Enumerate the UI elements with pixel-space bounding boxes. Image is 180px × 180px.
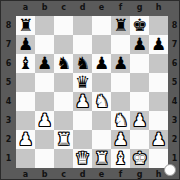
square-b8[interactable] xyxy=(35,16,54,35)
square-c5[interactable] xyxy=(54,73,73,92)
black-pawn-icon: ♟ xyxy=(94,55,109,72)
square-d3[interactable] xyxy=(73,111,92,130)
square-h6[interactable] xyxy=(149,54,168,73)
file-label-b-bottom: b xyxy=(35,171,54,180)
square-e5[interactable] xyxy=(92,73,111,92)
square-f8[interactable]: ♜ xyxy=(111,16,130,35)
white-pawn-icon: ♟ xyxy=(132,112,147,129)
white-to-move-indicator xyxy=(164,164,176,176)
black-pawn-icon: ♟ xyxy=(113,55,128,72)
rank-label-4-right: 4 xyxy=(168,92,180,111)
file-label-g-top: g xyxy=(130,4,149,13)
chess-board: ♜♜♚♟♟♟♝♟♞♞♟♟♛♟♞♟♞♟♟♜♟♟♛♜♝♚ xyxy=(16,16,168,168)
square-d2[interactable] xyxy=(73,130,92,149)
square-g5[interactable] xyxy=(130,73,149,92)
file-label-e-top: e xyxy=(92,4,111,13)
black-pawn-icon: ♟ xyxy=(18,36,33,53)
square-a8[interactable]: ♜ xyxy=(16,16,35,35)
square-c4[interactable] xyxy=(54,92,73,111)
square-h5[interactable] xyxy=(149,73,168,92)
rank-label-7-left: 7 xyxy=(2,35,15,54)
square-c3[interactable] xyxy=(54,111,73,130)
square-e3[interactable] xyxy=(92,111,111,130)
square-a4[interactable] xyxy=(16,92,35,111)
square-b5[interactable] xyxy=(35,73,54,92)
square-d1[interactable]: ♛ xyxy=(73,149,92,168)
square-h3[interactable] xyxy=(149,111,168,130)
square-d8[interactable] xyxy=(73,16,92,35)
rank-label-8-right: 8 xyxy=(168,16,180,35)
square-e1[interactable]: ♜ xyxy=(92,149,111,168)
square-f1[interactable]: ♝ xyxy=(111,149,130,168)
square-e6[interactable]: ♟ xyxy=(92,54,111,73)
file-label-f-bottom: f xyxy=(111,171,130,180)
rank-label-6-right: 6 xyxy=(168,54,180,73)
chess-diagram: ♜♜♚♟♟♟♝♟♞♞♟♟♛♟♞♟♞♟♟♜♟♟♛♜♝♚ aabbccddeeffg… xyxy=(0,0,180,180)
white-pawn-icon: ♟ xyxy=(75,93,90,110)
square-e2[interactable] xyxy=(92,130,111,149)
black-bishop-icon: ♝ xyxy=(18,55,33,72)
file-label-d-bottom: d xyxy=(73,171,92,180)
square-a5[interactable] xyxy=(16,73,35,92)
square-e4[interactable]: ♞ xyxy=(92,92,111,111)
white-rook-icon: ♜ xyxy=(56,131,71,148)
square-g2[interactable] xyxy=(130,130,149,149)
square-h7[interactable]: ♟ xyxy=(149,35,168,54)
black-knight-icon: ♞ xyxy=(56,55,71,72)
file-label-g-bottom: g xyxy=(130,171,149,180)
white-pawn-icon: ♟ xyxy=(113,131,128,148)
rank-label-2-left: 2 xyxy=(2,130,15,149)
square-f7[interactable] xyxy=(111,35,130,54)
square-b7[interactable] xyxy=(35,35,54,54)
square-f4[interactable] xyxy=(111,92,130,111)
white-pawn-icon: ♟ xyxy=(151,131,166,148)
square-b2[interactable] xyxy=(35,130,54,149)
black-queen-icon: ♛ xyxy=(75,74,90,91)
square-f5[interactable] xyxy=(111,73,130,92)
square-a6[interactable]: ♝ xyxy=(16,54,35,73)
rank-label-7-right: 7 xyxy=(168,35,180,54)
square-h2[interactable]: ♟ xyxy=(149,130,168,149)
file-label-c-top: c xyxy=(54,4,73,13)
square-g7[interactable]: ♟ xyxy=(130,35,149,54)
square-d6[interactable]: ♞ xyxy=(73,54,92,73)
square-e8[interactable] xyxy=(92,16,111,35)
white-rook-icon: ♜ xyxy=(94,150,109,167)
rank-label-2-right: 2 xyxy=(168,130,180,149)
black-pawn-icon: ♟ xyxy=(37,55,52,72)
rank-label-6-left: 6 xyxy=(2,54,15,73)
square-b4[interactable] xyxy=(35,92,54,111)
white-bishop-icon: ♝ xyxy=(113,150,128,167)
white-pawn-icon: ♟ xyxy=(37,112,52,129)
file-label-e-bottom: e xyxy=(92,171,111,180)
square-a7[interactable]: ♟ xyxy=(16,35,35,54)
file-label-c-bottom: c xyxy=(54,171,73,180)
file-label-h-top: h xyxy=(149,4,168,13)
black-king-icon: ♚ xyxy=(132,17,147,34)
square-g3[interactable]: ♟ xyxy=(130,111,149,130)
rank-label-1-left: 1 xyxy=(2,149,15,168)
square-a2[interactable]: ♟ xyxy=(16,130,35,149)
rank-label-3-left: 3 xyxy=(2,111,15,130)
square-d7[interactable] xyxy=(73,35,92,54)
rank-label-5-left: 5 xyxy=(2,73,15,92)
square-a3[interactable] xyxy=(16,111,35,130)
file-label-d-top: d xyxy=(73,4,92,13)
white-king-icon: ♚ xyxy=(132,150,147,167)
square-g8[interactable]: ♚ xyxy=(130,16,149,35)
white-queen-icon: ♛ xyxy=(75,150,90,167)
square-g1[interactable]: ♚ xyxy=(130,149,149,168)
square-b1[interactable] xyxy=(35,149,54,168)
rank-label-5-right: 5 xyxy=(168,73,180,92)
square-c6[interactable]: ♞ xyxy=(54,54,73,73)
square-c1[interactable] xyxy=(54,149,73,168)
square-b6[interactable]: ♟ xyxy=(35,54,54,73)
square-d4[interactable]: ♟ xyxy=(73,92,92,111)
black-pawn-icon: ♟ xyxy=(132,36,147,53)
file-label-a-bottom: a xyxy=(16,171,35,180)
black-rook-icon: ♜ xyxy=(113,17,128,34)
square-h8[interactable] xyxy=(149,16,168,35)
square-c7[interactable] xyxy=(54,35,73,54)
black-rook-icon: ♜ xyxy=(18,17,33,34)
square-f6[interactable]: ♟ xyxy=(111,54,130,73)
file-label-a-top: a xyxy=(16,4,35,13)
white-knight-icon: ♞ xyxy=(94,93,109,110)
rank-label-8-left: 8 xyxy=(2,16,15,35)
square-d5[interactable]: ♛ xyxy=(73,73,92,92)
black-pawn-icon: ♟ xyxy=(151,36,166,53)
file-label-b-top: b xyxy=(35,4,54,13)
rank-label-4-left: 4 xyxy=(2,92,15,111)
square-f3[interactable]: ♞ xyxy=(111,111,130,130)
square-h4[interactable] xyxy=(149,92,168,111)
square-c2[interactable]: ♜ xyxy=(54,130,73,149)
file-label-f-top: f xyxy=(111,4,130,13)
square-c8[interactable] xyxy=(54,16,73,35)
white-knight-icon: ♞ xyxy=(113,112,128,129)
square-a1[interactable] xyxy=(16,149,35,168)
square-g4[interactable] xyxy=(130,92,149,111)
white-pawn-icon: ♟ xyxy=(18,131,33,148)
black-knight-icon: ♞ xyxy=(75,55,90,72)
square-g6[interactable] xyxy=(130,54,149,73)
square-f2[interactable]: ♟ xyxy=(111,130,130,149)
square-b3[interactable]: ♟ xyxy=(35,111,54,130)
square-e7[interactable] xyxy=(92,35,111,54)
rank-label-3-right: 3 xyxy=(168,111,180,130)
